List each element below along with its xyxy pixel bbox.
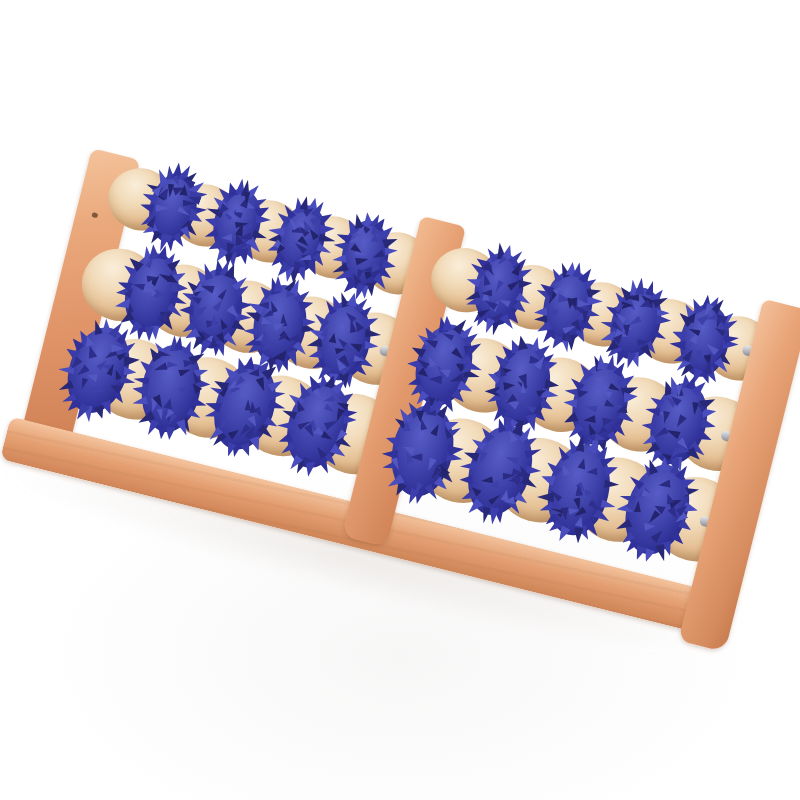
massage-spike <box>180 305 195 316</box>
massage-spike <box>587 296 603 306</box>
massage-spike <box>659 456 669 470</box>
photo-canvas <box>0 0 800 800</box>
massage-spike <box>534 314 548 323</box>
massage-spike <box>623 392 638 404</box>
massage-spike <box>657 308 670 317</box>
massage-spike <box>381 449 397 459</box>
massage-spike <box>278 421 294 429</box>
wood-knot <box>91 212 98 218</box>
massage-spike <box>537 492 554 502</box>
